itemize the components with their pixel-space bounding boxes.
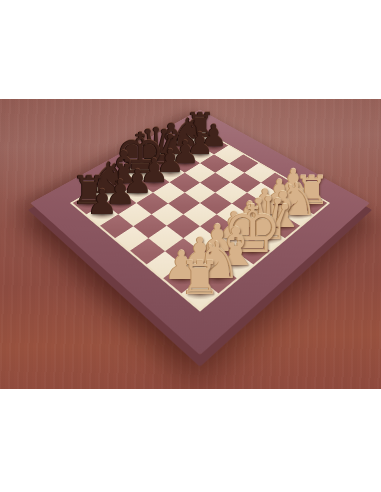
page-background: ♜♞♝♛♚♝♞♜♟♟♟♟♟♟♟♟♟♟♟♟♟♟♟♟♜♞♝♛♚♝♞♜ [0, 0, 381, 492]
chess-board [30, 110, 369, 355]
chess-set-photo: ♜♞♝♛♚♝♞♜♟♟♟♟♟♟♟♟♟♟♟♟♟♟♟♟♜♞♝♛♚♝♞♜ [0, 99, 381, 389]
board-playfield [70, 128, 330, 312]
